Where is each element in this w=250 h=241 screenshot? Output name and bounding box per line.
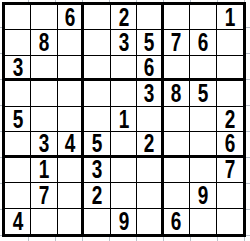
- given-digit: 6: [64, 5, 75, 30]
- given-digit: 4: [12, 209, 23, 234]
- cell-r5c3[interactable]: [58, 107, 84, 132]
- given-digit: 2: [144, 132, 155, 156]
- cell-r8c6[interactable]: [137, 183, 163, 208]
- given-digit: 6: [144, 56, 155, 80]
- cell-r5c7[interactable]: [164, 107, 190, 132]
- cell-r1c7[interactable]: [164, 5, 190, 30]
- given-digit: 8: [171, 81, 182, 106]
- given-digit: 3: [118, 30, 129, 55]
- cell-r8c3[interactable]: [58, 183, 84, 208]
- cell-r4c7[interactable]: 8: [164, 81, 190, 106]
- cell-r7c4[interactable]: 3: [84, 158, 110, 183]
- cell-r7c6[interactable]: [137, 158, 163, 183]
- cell-r7c9[interactable]: 7: [217, 158, 243, 183]
- cell-r2c6[interactable]: 5: [137, 30, 163, 55]
- cell-r3c5[interactable]: [111, 56, 137, 81]
- cell-r6c2[interactable]: 3: [31, 132, 57, 157]
- cell-r9c5[interactable]: 9: [111, 209, 137, 234]
- cell-r9c7[interactable]: 6: [164, 209, 190, 234]
- given-digit: 6: [171, 209, 182, 234]
- cell-r4c1[interactable]: [5, 81, 31, 106]
- given-digit: 8: [39, 30, 50, 55]
- cell-r4c4[interactable]: [84, 81, 110, 106]
- cell-r3c8[interactable]: [190, 56, 216, 81]
- cell-r1c5[interactable]: 2: [111, 5, 137, 30]
- cell-r9c3[interactable]: [58, 209, 84, 234]
- cell-r8c8[interactable]: 9: [190, 183, 216, 208]
- cell-r5c8[interactable]: [190, 107, 216, 132]
- cell-r6c8[interactable]: [190, 132, 216, 157]
- cell-r7c3[interactable]: [58, 158, 84, 183]
- given-digit: 5: [198, 81, 209, 106]
- cell-r4c6[interactable]: 3: [137, 81, 163, 106]
- cell-r9c4[interactable]: [84, 209, 110, 234]
- cell-r4c5[interactable]: [111, 81, 137, 106]
- cell-r8c9[interactable]: [217, 183, 243, 208]
- given-digit: 4: [64, 132, 75, 156]
- given-digit: 9: [198, 183, 209, 208]
- given-digit: 3: [39, 132, 50, 156]
- cell-r9c6[interactable]: [137, 209, 163, 234]
- cell-r8c5[interactable]: [111, 183, 137, 208]
- cell-r3c9[interactable]: [217, 56, 243, 81]
- given-digit: 7: [224, 158, 235, 183]
- given-digit: 1: [118, 107, 129, 132]
- cell-r3c6[interactable]: 6: [137, 56, 163, 81]
- cell-r3c4[interactable]: [84, 56, 110, 81]
- cell-r9c9[interactable]: [217, 209, 243, 234]
- cell-r6c9[interactable]: 6: [217, 132, 243, 157]
- cell-r1c8[interactable]: [190, 5, 216, 30]
- cell-r1c1[interactable]: [5, 5, 31, 30]
- cell-r2c3[interactable]: [58, 30, 84, 55]
- given-digit: 3: [144, 81, 155, 106]
- cell-r7c8[interactable]: [190, 158, 216, 183]
- cell-r2c2[interactable]: 8: [31, 30, 57, 55]
- cell-r7c2[interactable]: 1: [31, 158, 57, 183]
- cell-r3c7[interactable]: [164, 56, 190, 81]
- cell-r6c7[interactable]: [164, 132, 190, 157]
- cell-r7c5[interactable]: [111, 158, 137, 183]
- cell-r2c4[interactable]: [84, 30, 110, 55]
- given-digit: 9: [118, 209, 129, 234]
- cell-r7c1[interactable]: [5, 158, 31, 183]
- cell-r9c8[interactable]: [190, 209, 216, 234]
- cell-r3c1[interactable]: 3: [5, 56, 31, 81]
- cell-r4c8[interactable]: 5: [190, 81, 216, 106]
- given-digit: 3: [92, 158, 103, 183]
- cell-r4c3[interactable]: [58, 81, 84, 106]
- given-digit: 2: [224, 107, 235, 132]
- cell-r6c5[interactable]: [111, 132, 137, 157]
- cell-r6c6[interactable]: 2: [137, 132, 163, 157]
- cell-r9c1[interactable]: 4: [5, 209, 31, 234]
- cell-r8c2[interactable]: 7: [31, 183, 57, 208]
- given-digit: 7: [39, 183, 50, 208]
- cell-r5c1[interactable]: 5: [5, 107, 31, 132]
- cell-r5c6[interactable]: [137, 107, 163, 132]
- cell-r5c4[interactable]: [84, 107, 110, 132]
- cell-r8c1[interactable]: [5, 183, 31, 208]
- given-digit: 5: [12, 107, 23, 132]
- given-digit: 6: [198, 30, 209, 55]
- cell-r8c4[interactable]: 2: [84, 183, 110, 208]
- cell-r3c2[interactable]: [31, 56, 57, 81]
- cell-r2c9[interactable]: [217, 30, 243, 55]
- given-digit: 7: [171, 30, 182, 55]
- cell-r1c3[interactable]: 6: [58, 5, 84, 30]
- given-digit: 1: [224, 5, 235, 30]
- cell-r2c8[interactable]: 6: [190, 30, 216, 55]
- given-digit: 1: [39, 158, 50, 183]
- cell-r1c6[interactable]: [137, 5, 163, 30]
- cell-r2c7[interactable]: 7: [164, 30, 190, 55]
- cell-r6c1[interactable]: [5, 132, 31, 157]
- cell-r5c5[interactable]: 1: [111, 107, 137, 132]
- cell-r4c2[interactable]: [31, 81, 57, 106]
- cell-r9c2[interactable]: [31, 209, 57, 234]
- sudoku-board: 621835763638551234526137729496: [2, 2, 246, 237]
- given-digit: 2: [92, 183, 103, 208]
- cell-r1c9[interactable]: 1: [217, 5, 243, 30]
- given-digit: 5: [144, 30, 155, 55]
- cell-r3c3[interactable]: [58, 56, 84, 81]
- cell-r1c2[interactable]: [31, 5, 57, 30]
- given-digit: 2: [118, 5, 129, 30]
- cell-r2c1[interactable]: [5, 30, 31, 55]
- cell-r7c7[interactable]: [164, 158, 190, 183]
- cell-r1c4[interactable]: [84, 5, 110, 30]
- cell-r6c4[interactable]: 5: [84, 132, 110, 157]
- given-digit: 3: [12, 56, 23, 80]
- cell-r5c2[interactable]: [31, 107, 57, 132]
- given-digit: 6: [224, 132, 235, 156]
- cell-r2c5[interactable]: 3: [111, 30, 137, 55]
- cell-r8c7[interactable]: [164, 183, 190, 208]
- cell-r4c9[interactable]: [217, 81, 243, 106]
- given-digit: 5: [92, 132, 103, 156]
- cell-r5c9[interactable]: 2: [217, 107, 243, 132]
- cell-r6c3[interactable]: 4: [58, 132, 84, 157]
